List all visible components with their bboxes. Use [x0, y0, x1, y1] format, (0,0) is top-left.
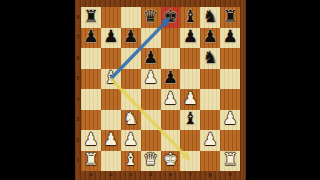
rank-label-4: 4 [75, 97, 81, 102]
piece-white-pawn[interactable]: ♟ [123, 131, 138, 148]
square-e4[interactable]: ♟ [161, 89, 181, 110]
piece-white-rook[interactable]: ♜ [83, 151, 98, 168]
square-h4[interactable] [220, 89, 240, 110]
square-g1[interactable] [200, 151, 220, 172]
square-d1[interactable]: ♛ [141, 151, 161, 172]
piece-black-knight[interactable]: ♞ [203, 8, 218, 25]
piece-white-pawn[interactable]: ♟ [183, 90, 198, 107]
file-label-a: a [81, 172, 101, 178]
square-c6[interactable] [121, 48, 141, 69]
file-label-e: e [161, 172, 181, 178]
square-a5[interactable] [81, 69, 101, 90]
rank-label-3: 3 [75, 117, 81, 122]
square-h6[interactable] [220, 48, 240, 69]
square-d4[interactable] [141, 89, 161, 110]
piece-white-pawn[interactable]: ♟ [203, 131, 218, 148]
piece-white-queen[interactable]: ♛ [143, 151, 158, 168]
piece-white-king[interactable]: ♚ [163, 151, 178, 168]
square-c7[interactable]: ♟ [121, 28, 141, 49]
square-d5[interactable]: ♟ [141, 69, 161, 90]
square-f4[interactable]: ♟ [180, 89, 200, 110]
square-e7[interactable] [161, 28, 181, 49]
square-a6[interactable] [81, 48, 101, 69]
square-d3[interactable] [141, 110, 161, 131]
square-d8[interactable]: ♛ [141, 7, 161, 28]
rank-label-1: 1 [75, 158, 81, 163]
square-c1[interactable]: ♝ [121, 151, 141, 172]
piece-white-pawn[interactable]: ♟ [103, 131, 118, 148]
square-b5[interactable]: ♝ [101, 69, 121, 90]
square-a2[interactable]: ♟ [81, 130, 101, 151]
piece-black-rook[interactable]: ♜ [83, 8, 98, 25]
file-label-d: d [141, 172, 161, 178]
piece-white-pawn[interactable]: ♟ [83, 131, 98, 148]
piece-black-pawn[interactable]: ♟ [103, 28, 118, 45]
file-label-b: b [101, 172, 121, 178]
piece-black-pawn[interactable]: ♟ [183, 28, 198, 45]
square-e6[interactable] [161, 48, 181, 69]
square-f5[interactable] [180, 69, 200, 90]
piece-black-pawn[interactable]: ♟ [222, 28, 237, 45]
piece-black-pawn[interactable]: ♟ [83, 28, 98, 45]
file-label-f: f [180, 172, 200, 178]
square-c8[interactable] [121, 7, 141, 28]
board-squares: ♜♛♚♝♞♜♟♟♟♟♟♟♟♞♝♟♟♟♟♞♝♟♟♟♟♟♜♝♛♚♜ [81, 7, 240, 171]
piece-black-pawn[interactable]: ♟ [143, 49, 158, 66]
square-f7[interactable]: ♟ [180, 28, 200, 49]
piece-black-bishop[interactable]: ♝ [183, 110, 198, 127]
square-g8[interactable]: ♞ [200, 7, 220, 28]
piece-white-pawn[interactable]: ♟ [143, 69, 158, 86]
square-e8[interactable]: ♚ [161, 7, 181, 28]
piece-black-pawn[interactable]: ♟ [123, 28, 138, 45]
square-a7[interactable]: ♟ [81, 28, 101, 49]
square-e2[interactable] [161, 130, 181, 151]
square-e3[interactable] [161, 110, 181, 131]
square-g5[interactable] [200, 69, 220, 90]
square-d2[interactable] [141, 130, 161, 151]
piece-black-pawn[interactable]: ♟ [203, 28, 218, 45]
rank-label-2: 2 [75, 138, 81, 143]
square-f1[interactable] [180, 151, 200, 172]
square-c5[interactable] [121, 69, 141, 90]
screenshot-background: ♜♛♚♝♞♜♟♟♟♟♟♟♟♞♝♟♟♟♟♞♝♟♟♟♟♟♜♝♛♚♜ 87654321… [0, 0, 320, 180]
square-f8[interactable]: ♝ [180, 7, 200, 28]
piece-white-knight[interactable]: ♞ [123, 110, 138, 127]
square-d6[interactable]: ♟ [141, 48, 161, 69]
piece-black-pawn[interactable]: ♟ [163, 69, 178, 86]
piece-black-bishop[interactable]: ♝ [183, 8, 198, 25]
rank-label-5: 5 [75, 76, 81, 81]
square-h5[interactable] [220, 69, 240, 90]
file-label-g: g [200, 172, 220, 178]
chess-board[interactable]: ♜♛♚♝♞♜♟♟♟♟♟♟♟♞♝♟♟♟♟♞♝♟♟♟♟♟♜♝♛♚♜ 87654321… [75, 0, 246, 180]
square-h2[interactable] [220, 130, 240, 151]
rank-label-8: 8 [75, 15, 81, 20]
piece-white-rook[interactable]: ♜ [222, 151, 237, 168]
piece-black-knight[interactable]: ♞ [203, 49, 218, 66]
square-b2[interactable]: ♟ [101, 130, 121, 151]
square-b7[interactable]: ♟ [101, 28, 121, 49]
square-c2[interactable]: ♟ [121, 130, 141, 151]
square-e5[interactable]: ♟ [161, 69, 181, 90]
square-g6[interactable]: ♞ [200, 48, 220, 69]
square-d7[interactable] [141, 28, 161, 49]
square-g7[interactable]: ♟ [200, 28, 220, 49]
piece-white-pawn[interactable]: ♟ [222, 110, 237, 127]
square-h1[interactable]: ♜ [220, 151, 240, 172]
file-label-h: h [220, 172, 240, 178]
square-h7[interactable]: ♟ [220, 28, 240, 49]
rank-label-7: 7 [75, 35, 81, 40]
square-e1[interactable]: ♚ [161, 151, 181, 172]
piece-black-rook[interactable]: ♜ [222, 8, 237, 25]
square-g4[interactable] [200, 89, 220, 110]
square-h8[interactable]: ♜ [220, 7, 240, 28]
rank-label-6: 6 [75, 56, 81, 61]
square-c3[interactable]: ♞ [121, 110, 141, 131]
square-a1[interactable]: ♜ [81, 151, 101, 172]
square-b6[interactable] [101, 48, 121, 69]
square-h3[interactable]: ♟ [220, 110, 240, 131]
piece-white-bishop[interactable]: ♝ [123, 151, 138, 168]
square-b4[interactable] [101, 89, 121, 110]
square-f3[interactable]: ♝ [180, 110, 200, 131]
square-g2[interactable]: ♟ [200, 130, 220, 151]
square-c4[interactable] [121, 89, 141, 110]
square-a3[interactable] [81, 110, 101, 131]
square-a4[interactable] [81, 89, 101, 110]
piece-black-queen[interactable]: ♛ [143, 8, 158, 25]
square-b3[interactable] [101, 110, 121, 131]
piece-white-pawn[interactable]: ♟ [163, 90, 178, 107]
square-f2[interactable] [180, 130, 200, 151]
square-a8[interactable]: ♜ [81, 7, 101, 28]
square-b8[interactable] [101, 7, 121, 28]
piece-black-king[interactable]: ♚ [163, 8, 178, 25]
square-b1[interactable] [101, 151, 121, 172]
square-g3[interactable] [200, 110, 220, 131]
piece-white-bishop[interactable]: ♝ [103, 69, 118, 86]
file-label-c: c [121, 172, 141, 178]
square-f6[interactable] [180, 48, 200, 69]
